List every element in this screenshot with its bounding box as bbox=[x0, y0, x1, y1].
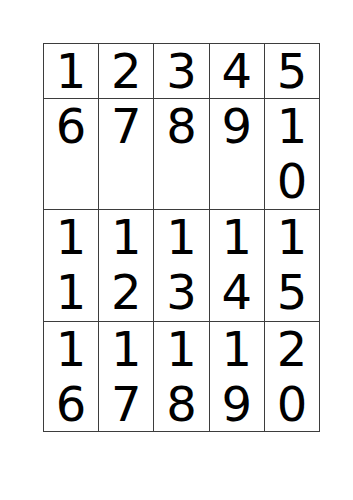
grid-cell-2: 2 bbox=[99, 44, 153, 98]
grid-cell-12: 12 bbox=[99, 210, 153, 321]
grid-cell-7: 7 bbox=[99, 99, 153, 209]
grid-cell-16: 16 bbox=[44, 322, 98, 431]
grid-cell-13: 13 bbox=[154, 210, 208, 321]
grid-cell-3: 3 bbox=[154, 44, 208, 98]
grid-cell-1: 1 bbox=[44, 44, 98, 98]
grid-cell-8: 8 bbox=[154, 99, 208, 209]
grid-cell-17: 17 bbox=[99, 322, 153, 431]
grid-cell-15: 15 bbox=[265, 210, 319, 321]
grid-cell-10: 10 bbox=[265, 99, 319, 209]
grid-cell-9: 9 bbox=[210, 99, 264, 209]
grid-cell-18: 18 bbox=[154, 322, 208, 431]
grid-cell-19: 19 bbox=[210, 322, 264, 431]
grid-cell-20: 20 bbox=[265, 322, 319, 431]
number-grid: 1 2 3 4 5 6 7 8 9 10 11 12 13 14 15 16 1… bbox=[43, 43, 320, 432]
grid-cell-4: 4 bbox=[210, 44, 264, 98]
grid-cell-6: 6 bbox=[44, 99, 98, 209]
grid-cell-5: 5 bbox=[265, 44, 319, 98]
grid-cell-11: 11 bbox=[44, 210, 98, 321]
grid-cell-14: 14 bbox=[210, 210, 264, 321]
